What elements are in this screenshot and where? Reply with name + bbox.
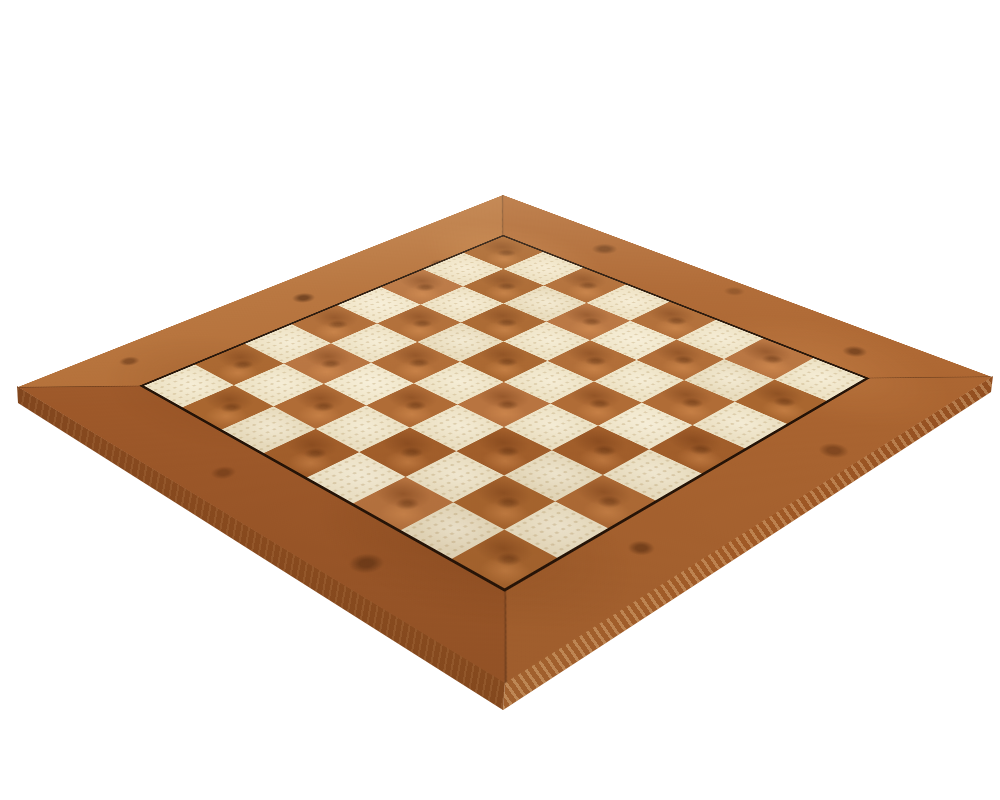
product-photo-stage: [0, 0, 1000, 800]
mitre-seam-top: [502, 195, 503, 235]
chess-board: [18, 195, 992, 683]
